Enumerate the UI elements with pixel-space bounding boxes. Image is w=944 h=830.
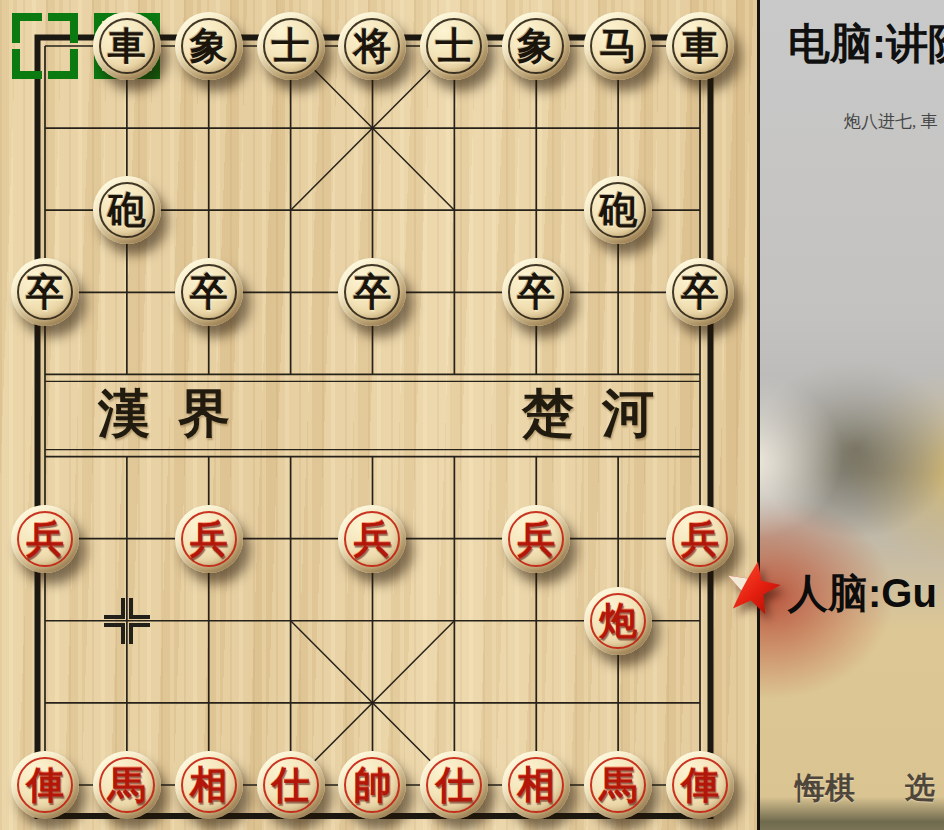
point-5-7[interactable]	[413, 580, 495, 662]
point-8-0[interactable]: 車	[659, 5, 741, 87]
point-6-8[interactable]	[495, 662, 577, 744]
point-1-3[interactable]	[86, 251, 168, 333]
black-piece-卒[interactable]: 卒	[338, 258, 406, 326]
point-4-2[interactable]	[332, 169, 414, 251]
point-0-0[interactable]	[4, 5, 86, 87]
point-7-3[interactable]	[577, 251, 659, 333]
piece-character: 象	[502, 12, 570, 80]
computer-level-label: 电脑:讲阶	[788, 16, 944, 72]
black-piece-卒[interactable]: 卒	[11, 258, 79, 326]
point-1-7[interactable]	[86, 580, 168, 662]
point-2-0[interactable]: 象	[168, 5, 250, 87]
point-4-6[interactable]: 兵	[332, 498, 414, 580]
point-2-3[interactable]: 卒	[168, 251, 250, 333]
point-6-6[interactable]: 兵	[495, 498, 577, 580]
point-6-0[interactable]: 象	[495, 5, 577, 87]
piece-character: 仕	[420, 751, 488, 819]
point-6-5[interactable]	[495, 415, 577, 497]
red-piece-相[interactable]: 相	[175, 751, 243, 819]
piece-character: 馬	[93, 751, 161, 819]
point-2-8[interactable]	[168, 662, 250, 744]
point-2-6[interactable]: 兵	[168, 498, 250, 580]
point-1-9[interactable]: 馬	[86, 744, 168, 826]
point-4-9[interactable]: 帥	[332, 744, 414, 826]
point-7-8[interactable]	[577, 662, 659, 744]
red-piece-馬[interactable]: 馬	[584, 751, 652, 819]
point-0-6[interactable]: 兵	[4, 498, 86, 580]
black-piece-士[interactable]: 士	[257, 12, 325, 80]
piece-character: 相	[502, 751, 570, 819]
point-6-4[interactable]	[495, 333, 577, 415]
choose-button[interactable]: 选	[905, 768, 935, 809]
point-marker-marker	[104, 598, 150, 644]
piece-character: 相	[175, 751, 243, 819]
point-8-5[interactable]	[659, 415, 741, 497]
red-piece-仕[interactable]: 仕	[420, 751, 488, 819]
move-history: 炮八进七, 車	[844, 110, 938, 133]
piece-character: 士	[257, 12, 325, 80]
point-8-2[interactable]	[659, 169, 741, 251]
point-7-1[interactable]	[577, 87, 659, 169]
point-8-3[interactable]: 卒	[659, 251, 741, 333]
piece-character: 卒	[502, 258, 570, 326]
point-7-7[interactable]: 炮	[577, 580, 659, 662]
black-piece-砲[interactable]: 砲	[584, 176, 652, 244]
point-8-1[interactable]	[659, 87, 741, 169]
app-window: 漢界 楚河 車象士将士象马車砲砲卒卒卒卒卒兵兵兵兵兵炮俥馬相仕帥仕相馬俥 电脑:…	[0, 0, 944, 830]
point-3-1[interactable]	[250, 87, 332, 169]
piece-character: 車	[666, 12, 734, 80]
point-2-2[interactable]	[168, 169, 250, 251]
piece-character: 卒	[175, 258, 243, 326]
point-1-4[interactable]	[86, 333, 168, 415]
black-piece-将[interactable]: 将	[338, 12, 406, 80]
point-0-5[interactable]	[4, 415, 86, 497]
black-piece-卒[interactable]: 卒	[175, 258, 243, 326]
black-piece-卒[interactable]: 卒	[666, 258, 734, 326]
red-piece-兵[interactable]: 兵	[338, 505, 406, 573]
point-3-9[interactable]: 仕	[250, 744, 332, 826]
red-piece-兵[interactable]: 兵	[11, 505, 79, 573]
red-piece-炮[interactable]: 炮	[584, 587, 652, 655]
black-piece-士[interactable]: 士	[420, 12, 488, 80]
point-5-8[interactable]	[413, 662, 495, 744]
point-8-8[interactable]	[659, 662, 741, 744]
undo-move-button[interactable]: 悔棋	[795, 768, 855, 809]
point-0-3[interactable]: 卒	[4, 251, 86, 333]
point-3-6[interactable]	[250, 498, 332, 580]
point-5-0[interactable]: 士	[413, 5, 495, 87]
piece-character: 象	[175, 12, 243, 80]
piece-character: 砲	[93, 176, 161, 244]
black-piece-卒[interactable]: 卒	[502, 258, 570, 326]
piece-character: 卒	[338, 258, 406, 326]
point-2-4[interactable]	[168, 333, 250, 415]
point-1-8[interactable]	[86, 662, 168, 744]
black-piece-象[interactable]: 象	[175, 12, 243, 80]
point-2-7[interactable]	[168, 580, 250, 662]
point-0-2[interactable]	[4, 169, 86, 251]
point-5-1[interactable]	[413, 87, 495, 169]
piece-character: 砲	[584, 176, 652, 244]
red-piece-俥[interactable]: 俥	[666, 751, 734, 819]
point-1-5[interactable]	[86, 415, 168, 497]
point-4-8[interactable]	[332, 662, 414, 744]
point-4-1[interactable]	[332, 87, 414, 169]
piece-character: 兵	[502, 505, 570, 573]
point-7-6[interactable]	[577, 498, 659, 580]
piece-character: 卒	[666, 258, 734, 326]
point-6-7[interactable]	[495, 580, 577, 662]
point-2-9[interactable]: 相	[168, 744, 250, 826]
intersection-grid: 車象士将士象马車砲砲卒卒卒卒卒兵兵兵兵兵炮俥馬相仕帥仕相馬俥	[4, 5, 741, 826]
piece-character: 兵	[338, 505, 406, 573]
point-0-9[interactable]: 俥	[4, 744, 86, 826]
piece-character: 马	[584, 12, 652, 80]
point-3-2[interactable]	[250, 169, 332, 251]
point-3-5[interactable]	[250, 415, 332, 497]
piece-character: 仕	[257, 751, 325, 819]
point-5-4[interactable]	[413, 333, 495, 415]
black-piece-車[interactable]: 車	[93, 12, 161, 80]
point-6-1[interactable]	[495, 87, 577, 169]
piece-character: 俥	[666, 751, 734, 819]
point-2-5[interactable]	[168, 415, 250, 497]
piece-character: 兵	[175, 505, 243, 573]
point-4-4[interactable]	[332, 333, 414, 415]
point-7-2[interactable]: 砲	[577, 169, 659, 251]
point-8-9[interactable]: 俥	[659, 744, 741, 826]
point-6-3[interactable]: 卒	[495, 251, 577, 333]
point-3-0[interactable]: 士	[250, 5, 332, 87]
red-piece-兵[interactable]: 兵	[502, 505, 570, 573]
point-3-3[interactable]	[250, 251, 332, 333]
piece-character: 将	[338, 12, 406, 80]
point-0-8[interactable]	[4, 662, 86, 744]
piece-character: 馬	[584, 751, 652, 819]
red-piece-仕[interactable]: 仕	[257, 751, 325, 819]
black-piece-砲[interactable]: 砲	[93, 176, 161, 244]
point-5-5[interactable]	[413, 415, 495, 497]
point-1-6[interactable]	[86, 498, 168, 580]
red-piece-帥[interactable]: 帥	[338, 751, 406, 819]
point-3-7[interactable]	[250, 580, 332, 662]
point-5-9[interactable]: 仕	[413, 744, 495, 826]
point-3-8[interactable]	[250, 662, 332, 744]
point-7-4[interactable]	[577, 333, 659, 415]
point-2-1[interactable]	[168, 87, 250, 169]
piece-character: 俥	[11, 751, 79, 819]
point-4-5[interactable]	[332, 415, 414, 497]
black-piece-車[interactable]: 車	[666, 12, 734, 80]
piece-character: 車	[93, 12, 161, 80]
point-0-7[interactable]	[4, 580, 86, 662]
point-6-9[interactable]: 相	[495, 744, 577, 826]
red-piece-相[interactable]: 相	[502, 751, 570, 819]
point-8-4[interactable]	[659, 333, 741, 415]
piece-character: 炮	[584, 587, 652, 655]
red-piece-馬[interactable]: 馬	[93, 751, 161, 819]
piece-character: 兵	[11, 505, 79, 573]
point-3-4[interactable]	[250, 333, 332, 415]
point-7-9[interactable]: 馬	[577, 744, 659, 826]
point-5-2[interactable]	[413, 169, 495, 251]
last-move-from-marker	[12, 13, 78, 79]
point-1-1[interactable]	[86, 87, 168, 169]
sidebar: 电脑:讲阶 炮八进七, 車 人脑:Gu 悔棋 选	[757, 0, 944, 830]
piece-character: 士	[420, 12, 488, 80]
piece-character: 帥	[338, 751, 406, 819]
red-piece-兵[interactable]: 兵	[175, 505, 243, 573]
human-player-label: 人脑:Gu	[788, 566, 937, 621]
point-5-6[interactable]	[413, 498, 495, 580]
point-4-3[interactable]: 卒	[332, 251, 414, 333]
black-piece-象[interactable]: 象	[502, 12, 570, 80]
point-0-1[interactable]	[4, 87, 86, 169]
point-0-4[interactable]	[4, 333, 86, 415]
turn-star-icon	[722, 556, 784, 626]
black-piece-马[interactable]: 马	[584, 12, 652, 80]
point-1-0[interactable]: 車	[86, 5, 168, 87]
red-piece-俥[interactable]: 俥	[11, 751, 79, 819]
point-7-5[interactable]	[577, 415, 659, 497]
point-7-0[interactable]: 马	[577, 5, 659, 87]
point-5-3[interactable]	[413, 251, 495, 333]
piece-character: 卒	[11, 258, 79, 326]
point-4-7[interactable]	[332, 580, 414, 662]
xiangqi-board[interactable]: 漢界 楚河 車象士将士象马車砲砲卒卒卒卒卒兵兵兵兵兵炮俥馬相仕帥仕相馬俥	[0, 0, 757, 830]
point-4-0[interactable]: 将	[332, 5, 414, 87]
point-1-2[interactable]: 砲	[86, 169, 168, 251]
point-6-2[interactable]	[495, 169, 577, 251]
